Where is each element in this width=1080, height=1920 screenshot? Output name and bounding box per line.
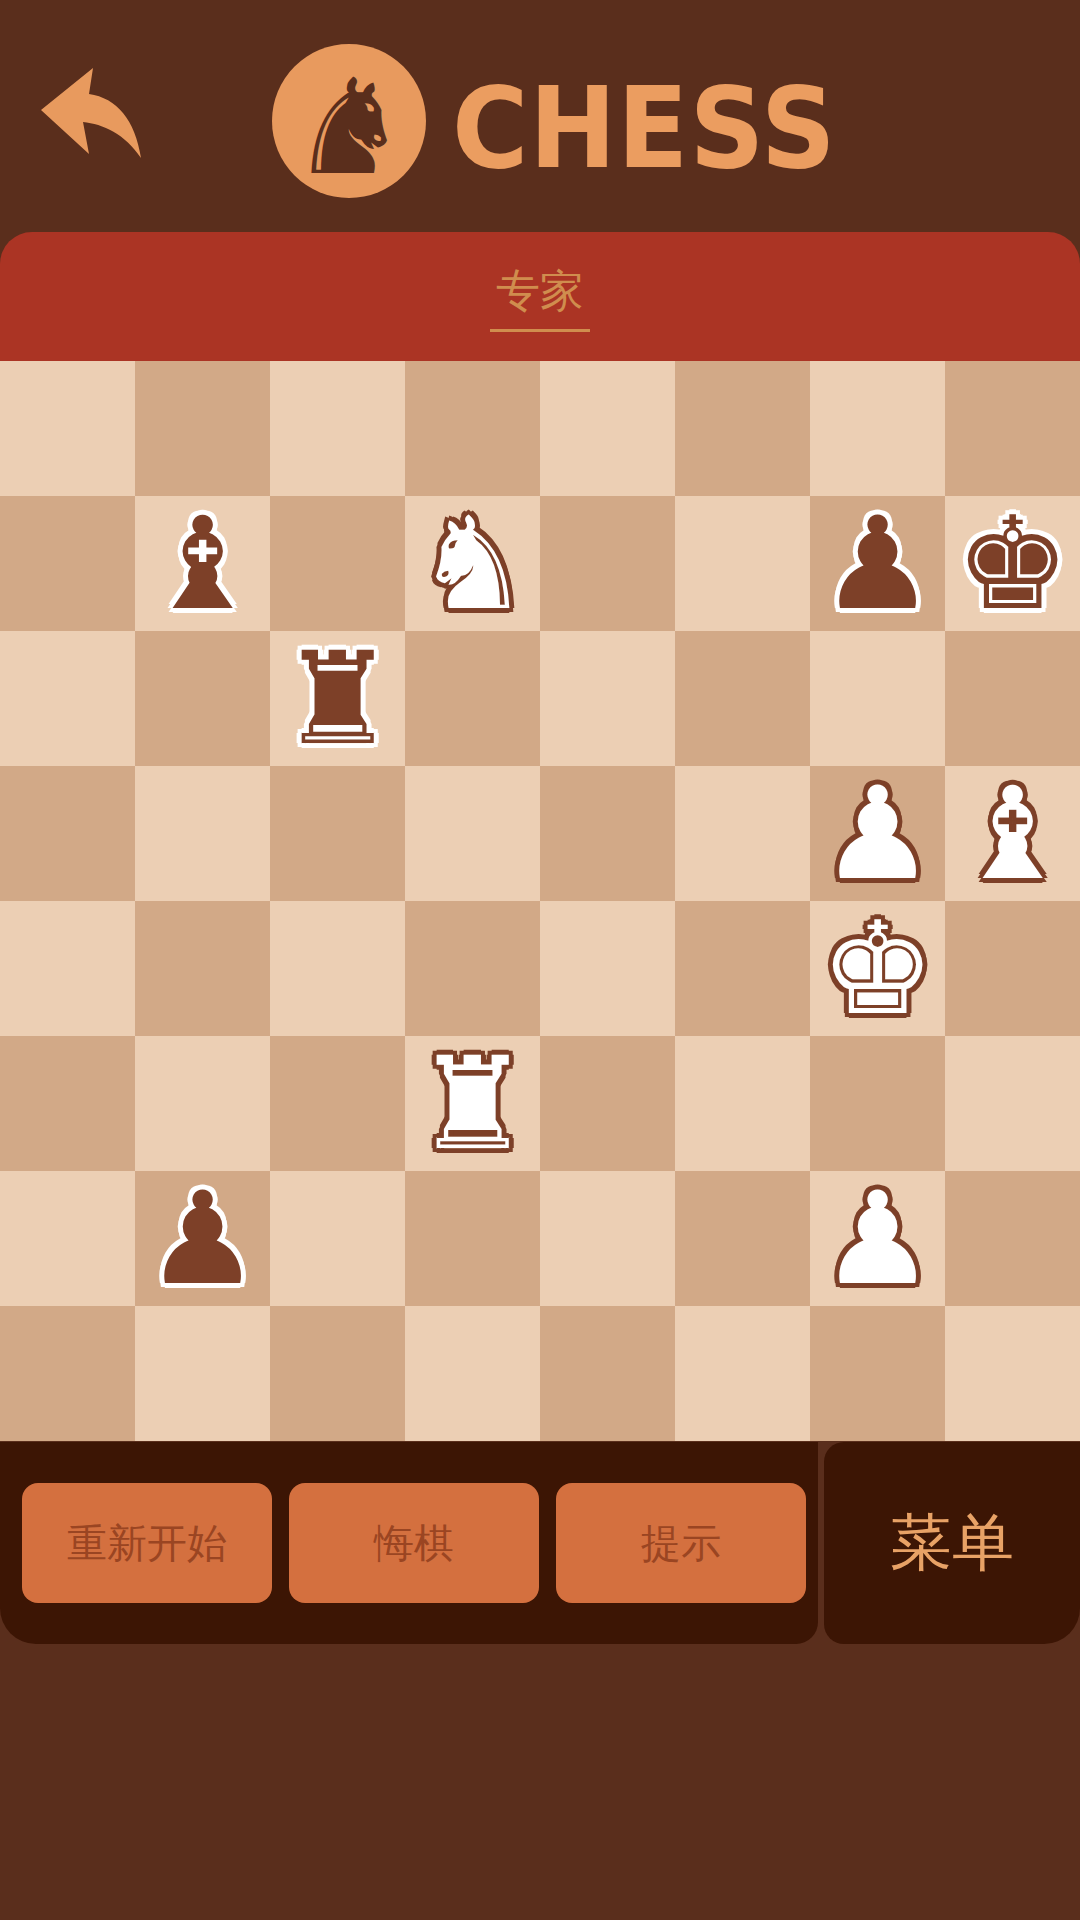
- piece-black-rook-c6[interactable]: ♜: [280, 631, 395, 766]
- square-f3[interactable]: [675, 1036, 810, 1171]
- piece-white-rook-d3[interactable]: ♜: [415, 1036, 530, 1171]
- piece-white-pawn-g2[interactable]: ♟: [820, 1171, 935, 1306]
- square-e8[interactable]: [540, 361, 675, 496]
- square-a5[interactable]: [0, 766, 135, 901]
- square-f4[interactable]: [675, 901, 810, 1036]
- app-logo: ♞: [272, 44, 426, 198]
- square-g1[interactable]: [810, 1306, 945, 1441]
- square-e2[interactable]: [540, 1171, 675, 1306]
- undo-button[interactable]: 悔棋: [289, 1483, 539, 1603]
- square-b2[interactable]: ♟: [135, 1171, 270, 1306]
- square-e6[interactable]: [540, 631, 675, 766]
- square-f6[interactable]: [675, 631, 810, 766]
- square-d3[interactable]: ♜: [405, 1036, 540, 1171]
- square-f5[interactable]: [675, 766, 810, 901]
- square-d7[interactable]: ♞: [405, 496, 540, 631]
- piece-white-king-g4[interactable]: ♚: [820, 901, 935, 1036]
- square-e3[interactable]: [540, 1036, 675, 1171]
- difficulty-banner: 专家: [0, 232, 1080, 361]
- square-e5[interactable]: [540, 766, 675, 901]
- square-d4[interactable]: [405, 901, 540, 1036]
- menu-label: 菜单: [890, 1501, 1014, 1585]
- square-b6[interactable]: [135, 631, 270, 766]
- square-g7[interactable]: ♟: [810, 496, 945, 631]
- square-f1[interactable]: [675, 1306, 810, 1441]
- hint-button[interactable]: 提示: [556, 1483, 806, 1603]
- square-h1[interactable]: [945, 1306, 1080, 1441]
- square-g2[interactable]: ♟: [810, 1171, 945, 1306]
- square-b3[interactable]: [135, 1036, 270, 1171]
- square-a6[interactable]: [0, 631, 135, 766]
- piece-white-bishop-h5[interactable]: ♝: [955, 766, 1070, 901]
- square-d2[interactable]: [405, 1171, 540, 1306]
- square-h4[interactable]: [945, 901, 1080, 1036]
- piece-black-pawn-g7[interactable]: ♟: [820, 496, 935, 631]
- square-b8[interactable]: [135, 361, 270, 496]
- square-a4[interactable]: [0, 901, 135, 1036]
- piece-white-knight-d7[interactable]: ♞: [415, 496, 530, 631]
- square-h3[interactable]: [945, 1036, 1080, 1171]
- square-c7[interactable]: [270, 496, 405, 631]
- square-c1[interactable]: [270, 1306, 405, 1441]
- square-h7[interactable]: ♚: [945, 496, 1080, 631]
- square-c5[interactable]: [270, 766, 405, 901]
- back-arrow-icon: [36, 64, 148, 164]
- app-title: CHESS: [452, 50, 872, 206]
- square-f2[interactable]: [675, 1171, 810, 1306]
- square-c2[interactable]: [270, 1171, 405, 1306]
- square-a3[interactable]: [0, 1036, 135, 1171]
- square-c8[interactable]: [270, 361, 405, 496]
- knight-logo-icon: ♞: [290, 61, 408, 193]
- piece-black-bishop-b7[interactable]: ♝: [145, 496, 260, 631]
- restart-button[interactable]: 重新开始: [22, 1483, 272, 1603]
- square-h8[interactable]: [945, 361, 1080, 496]
- difficulty-label[interactable]: 专家: [490, 262, 590, 332]
- square-a2[interactable]: [0, 1171, 135, 1306]
- square-f7[interactable]: [675, 496, 810, 631]
- chess-board: ♝♞♟♚♜♟♝♚♜♟♟: [0, 361, 1080, 1441]
- back-button[interactable]: [36, 64, 148, 164]
- square-d5[interactable]: [405, 766, 540, 901]
- piece-black-king-h7[interactable]: ♚: [955, 496, 1070, 631]
- piece-black-pawn-b2[interactable]: ♟: [145, 1171, 260, 1306]
- square-f8[interactable]: [675, 361, 810, 496]
- square-d6[interactable]: [405, 631, 540, 766]
- square-a8[interactable]: [0, 361, 135, 496]
- square-c3[interactable]: [270, 1036, 405, 1171]
- square-c4[interactable]: [270, 901, 405, 1036]
- square-b4[interactable]: [135, 901, 270, 1036]
- square-g4[interactable]: ♚: [810, 901, 945, 1036]
- square-a1[interactable]: [0, 1306, 135, 1441]
- square-b1[interactable]: [135, 1306, 270, 1441]
- header-bar: ♞ CHESS: [0, 0, 1080, 232]
- square-b7[interactable]: ♝: [135, 496, 270, 631]
- square-c6[interactable]: ♜: [270, 631, 405, 766]
- menu-button[interactable]: 菜单: [824, 1442, 1080, 1644]
- square-h5[interactable]: ♝: [945, 766, 1080, 901]
- toolbar-panel: 重新开始 悔棋 提示: [0, 1442, 818, 1644]
- square-g5[interactable]: ♟: [810, 766, 945, 901]
- square-e7[interactable]: [540, 496, 675, 631]
- square-e4[interactable]: [540, 901, 675, 1036]
- square-h2[interactable]: [945, 1171, 1080, 1306]
- square-g6[interactable]: [810, 631, 945, 766]
- app-screen: ♞ CHESS 专家 ♝♞♟♚♜♟♝♚♜♟♟ 重新开始 悔棋 提示 菜单: [0, 0, 1080, 1920]
- square-h6[interactable]: [945, 631, 1080, 766]
- square-d1[interactable]: [405, 1306, 540, 1441]
- square-d8[interactable]: [405, 361, 540, 496]
- square-a7[interactable]: [0, 496, 135, 631]
- piece-white-pawn-g5[interactable]: ♟: [820, 766, 935, 901]
- square-b5[interactable]: [135, 766, 270, 901]
- square-g8[interactable]: [810, 361, 945, 496]
- square-e1[interactable]: [540, 1306, 675, 1441]
- square-g3[interactable]: [810, 1036, 945, 1171]
